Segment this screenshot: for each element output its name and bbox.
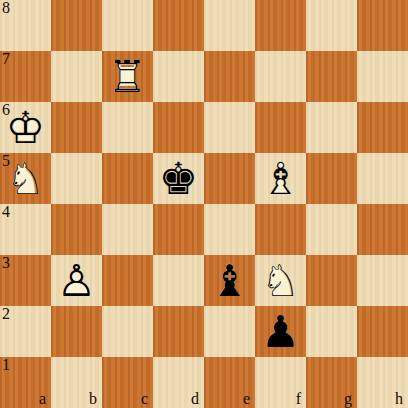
square-c3[interactable]	[102, 255, 153, 306]
white-knight-glyph: ♘	[0, 153, 51, 204]
square-f6[interactable]	[255, 102, 306, 153]
square-d4[interactable]	[153, 204, 204, 255]
square-b4[interactable]	[51, 204, 102, 255]
white-rook-glyph: ♖	[102, 51, 153, 102]
square-b2[interactable]	[51, 306, 102, 357]
file-label-f: f	[296, 391, 301, 408]
square-e1[interactable]: e	[204, 357, 255, 408]
square-e2[interactable]	[204, 306, 255, 357]
square-g1[interactable]: g	[306, 357, 357, 408]
file-label-e: e	[243, 391, 250, 408]
square-f3[interactable]: ♞♘	[255, 255, 306, 306]
square-g8[interactable]	[306, 0, 357, 51]
square-d7[interactable]	[153, 51, 204, 102]
square-d8[interactable]	[153, 0, 204, 51]
square-b5[interactable]	[51, 153, 102, 204]
square-f2[interactable]: ♙♟	[255, 306, 306, 357]
square-d2[interactable]	[153, 306, 204, 357]
square-h6[interactable]	[357, 102, 408, 153]
white-king-glyph: ♔	[0, 102, 51, 153]
square-a4[interactable]: 4	[0, 204, 51, 255]
square-h3[interactable]	[357, 255, 408, 306]
square-h1[interactable]: h	[357, 357, 408, 408]
square-f5[interactable]: ♝♗	[255, 153, 306, 204]
square-g5[interactable]	[306, 153, 357, 204]
square-c5[interactable]	[102, 153, 153, 204]
white-knight[interactable]: ♞♘	[255, 255, 306, 306]
black-bishop[interactable]: ♗♝	[204, 255, 255, 306]
white-pawn-glyph: ♙	[51, 255, 102, 306]
white-bishop[interactable]: ♝♗	[255, 153, 306, 204]
chess-board: 87♜♖6♚♔5♞♘♔♚♝♗43♟♙♗♝♞♘2♙♟1abcdefgh	[0, 0, 408, 408]
square-d6[interactable]	[153, 102, 204, 153]
square-f1[interactable]: f	[255, 357, 306, 408]
black-pawn[interactable]: ♙♟	[255, 306, 306, 357]
square-d5[interactable]: ♔♚	[153, 153, 204, 204]
square-a5[interactable]: 5♞♘	[0, 153, 51, 204]
square-h8[interactable]	[357, 0, 408, 51]
square-a3[interactable]: 3	[0, 255, 51, 306]
square-a7[interactable]: 7	[0, 51, 51, 102]
square-f4[interactable]	[255, 204, 306, 255]
file-label-h: h	[395, 391, 403, 408]
square-a2[interactable]: 2	[0, 306, 51, 357]
square-g6[interactable]	[306, 102, 357, 153]
square-c6[interactable]	[102, 102, 153, 153]
square-h5[interactable]	[357, 153, 408, 204]
square-c8[interactable]	[102, 0, 153, 51]
square-h2[interactable]	[357, 306, 408, 357]
black-king-glyph: ♚	[153, 153, 204, 204]
square-f7[interactable]	[255, 51, 306, 102]
rank-label-7: 7	[2, 51, 10, 68]
rank-label-3: 3	[2, 255, 10, 272]
square-a1[interactable]: 1a	[0, 357, 51, 408]
square-h7[interactable]	[357, 51, 408, 102]
square-g4[interactable]	[306, 204, 357, 255]
black-bishop-glyph: ♝	[204, 255, 255, 306]
square-b7[interactable]	[51, 51, 102, 102]
white-knight-glyph: ♘	[255, 255, 306, 306]
square-b3[interactable]: ♟♙	[51, 255, 102, 306]
square-d1[interactable]: d	[153, 357, 204, 408]
square-c7[interactable]: ♜♖	[102, 51, 153, 102]
square-f8[interactable]	[255, 0, 306, 51]
square-b1[interactable]: b	[51, 357, 102, 408]
square-d3[interactable]	[153, 255, 204, 306]
square-g7[interactable]	[306, 51, 357, 102]
file-label-a: a	[39, 391, 46, 408]
white-pawn[interactable]: ♟♙	[51, 255, 102, 306]
file-label-b: b	[89, 391, 97, 408]
square-a6[interactable]: 6♚♔	[0, 102, 51, 153]
rank-label-1: 1	[2, 357, 10, 374]
square-e4[interactable]	[204, 204, 255, 255]
square-e3[interactable]: ♗♝	[204, 255, 255, 306]
black-pawn-glyph: ♟	[255, 306, 306, 357]
square-g3[interactable]	[306, 255, 357, 306]
square-c4[interactable]	[102, 204, 153, 255]
rank-label-2: 2	[2, 306, 10, 323]
white-knight[interactable]: ♞♘	[0, 153, 51, 204]
square-e7[interactable]	[204, 51, 255, 102]
white-king[interactable]: ♚♔	[0, 102, 51, 153]
file-label-c: c	[141, 391, 148, 408]
square-g2[interactable]	[306, 306, 357, 357]
file-label-g: g	[344, 391, 352, 408]
square-c1[interactable]: c	[102, 357, 153, 408]
white-rook[interactable]: ♜♖	[102, 51, 153, 102]
black-king[interactable]: ♔♚	[153, 153, 204, 204]
white-bishop-glyph: ♗	[255, 153, 306, 204]
square-b6[interactable]	[51, 102, 102, 153]
square-h4[interactable]	[357, 204, 408, 255]
rank-label-4: 4	[2, 204, 10, 221]
square-c2[interactable]	[102, 306, 153, 357]
rank-label-8: 8	[2, 0, 10, 17]
file-label-d: d	[191, 391, 199, 408]
square-e5[interactable]	[204, 153, 255, 204]
square-e8[interactable]	[204, 0, 255, 51]
square-e6[interactable]	[204, 102, 255, 153]
square-a8[interactable]: 8	[0, 0, 51, 51]
square-b8[interactable]	[51, 0, 102, 51]
